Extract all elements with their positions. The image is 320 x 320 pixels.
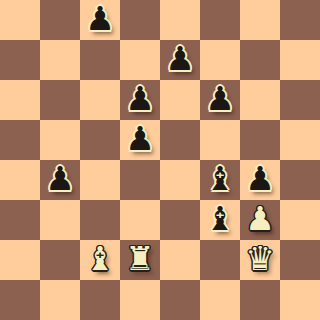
square-a2[interactable] [0, 240, 40, 280]
square-b8[interactable] [40, 0, 80, 40]
black-pawn-b4[interactable]: ♟ [45, 159, 75, 199]
square-e3[interactable] [160, 200, 200, 240]
black-pawn-e7[interactable]: ♟ [165, 39, 195, 79]
square-f2[interactable] [200, 240, 240, 280]
square-b4[interactable]: ♟ [40, 160, 80, 200]
square-c7[interactable] [80, 40, 120, 80]
square-g3[interactable]: ♟ [240, 200, 280, 240]
square-g4[interactable]: ♟ [240, 160, 280, 200]
square-a5[interactable] [0, 120, 40, 160]
square-d8[interactable] [120, 0, 160, 40]
square-g2[interactable]: ♛ [240, 240, 280, 280]
black-pawn-g4[interactable]: ♟ [245, 159, 275, 199]
square-d2[interactable]: ♜ [120, 240, 160, 280]
chess-board: ♟♟♟♟♟♟♝♟♝♟♝♜♛ [0, 0, 320, 320]
square-g6[interactable] [240, 80, 280, 120]
square-c6[interactable] [80, 80, 120, 120]
square-a8[interactable] [0, 0, 40, 40]
square-e6[interactable] [160, 80, 200, 120]
square-a4[interactable] [0, 160, 40, 200]
square-c1[interactable] [80, 280, 120, 320]
square-c5[interactable] [80, 120, 120, 160]
square-d4[interactable] [120, 160, 160, 200]
square-a1[interactable] [0, 280, 40, 320]
white-rook-d2[interactable]: ♜ [125, 239, 155, 279]
square-a7[interactable] [0, 40, 40, 80]
square-h4[interactable] [280, 160, 320, 200]
square-f7[interactable] [200, 40, 240, 80]
square-d1[interactable] [120, 280, 160, 320]
square-b7[interactable] [40, 40, 80, 80]
square-e1[interactable] [160, 280, 200, 320]
square-e8[interactable] [160, 0, 200, 40]
square-g5[interactable] [240, 120, 280, 160]
square-g8[interactable] [240, 0, 280, 40]
square-h6[interactable] [280, 80, 320, 120]
square-c3[interactable] [80, 200, 120, 240]
square-c4[interactable] [80, 160, 120, 200]
square-c8[interactable]: ♟ [80, 0, 120, 40]
square-f8[interactable] [200, 0, 240, 40]
square-f6[interactable]: ♟ [200, 80, 240, 120]
white-queen-g2[interactable]: ♛ [245, 239, 275, 279]
square-d7[interactable] [120, 40, 160, 80]
square-h3[interactable] [280, 200, 320, 240]
square-b1[interactable] [40, 280, 80, 320]
square-b3[interactable] [40, 200, 80, 240]
square-e5[interactable] [160, 120, 200, 160]
square-d6[interactable]: ♟ [120, 80, 160, 120]
square-e4[interactable] [160, 160, 200, 200]
square-h1[interactable] [280, 280, 320, 320]
black-pawn-c8[interactable]: ♟ [85, 0, 115, 39]
square-h7[interactable] [280, 40, 320, 80]
square-f4[interactable]: ♝ [200, 160, 240, 200]
black-pawn-d6[interactable]: ♟ [125, 79, 155, 119]
square-f5[interactable] [200, 120, 240, 160]
square-d3[interactable] [120, 200, 160, 240]
square-f1[interactable] [200, 280, 240, 320]
square-h5[interactable] [280, 120, 320, 160]
square-d5[interactable]: ♟ [120, 120, 160, 160]
black-bishop-f4[interactable]: ♝ [205, 159, 235, 199]
square-b2[interactable] [40, 240, 80, 280]
black-pawn-d5[interactable]: ♟ [125, 119, 155, 159]
square-h2[interactable] [280, 240, 320, 280]
black-bishop-f3[interactable]: ♝ [205, 199, 235, 239]
square-h8[interactable] [280, 0, 320, 40]
square-a6[interactable] [0, 80, 40, 120]
white-pawn-g3[interactable]: ♟ [245, 199, 275, 239]
white-bishop-c2[interactable]: ♝ [85, 239, 115, 279]
square-b6[interactable] [40, 80, 80, 120]
square-g7[interactable] [240, 40, 280, 80]
square-e2[interactable] [160, 240, 200, 280]
square-b5[interactable] [40, 120, 80, 160]
black-pawn-f6[interactable]: ♟ [205, 79, 235, 119]
square-c2[interactable]: ♝ [80, 240, 120, 280]
square-g1[interactable] [240, 280, 280, 320]
square-f3[interactable]: ♝ [200, 200, 240, 240]
square-a3[interactable] [0, 200, 40, 240]
square-e7[interactable]: ♟ [160, 40, 200, 80]
